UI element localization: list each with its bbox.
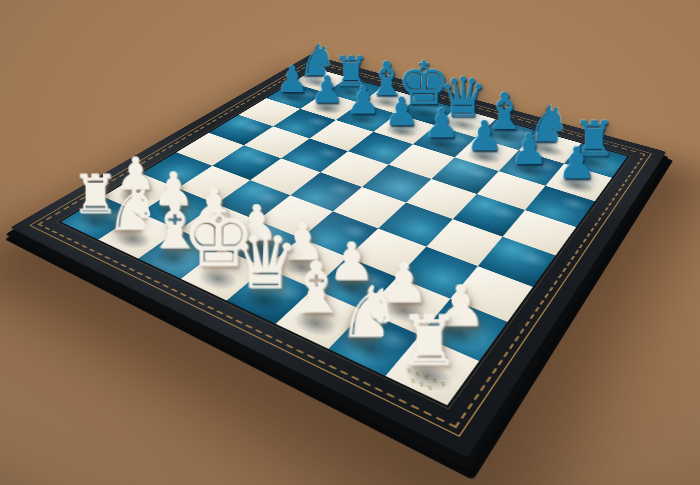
- square-h5[interactable]: [503, 210, 577, 255]
- knight-glyph: ♞: [338, 277, 401, 348]
- square-g4[interactable]: [426, 219, 502, 266]
- chessboard-frame: ∿∿∿∿∿∿∿∿ ♞♜♝♚♛♝♞♜♟♟♟♟♟♟♟♟♟♟♟♟♟♟♟♟♜♞♝♚♛♝♞…: [10, 55, 666, 458]
- square-e4[interactable]: [333, 187, 406, 228]
- photo-background: ∿∿∿∿∿∿∿∿ ♞♜♝♚♛♝♞♜♟♟♟♟♟♟♟♟♟♟♟♟♟♟♟♟♜♞♝♚♛♝♞…: [0, 0, 700, 485]
- square-h4[interactable]: [478, 237, 556, 287]
- square-f4[interactable]: [378, 203, 453, 247]
- rook-glyph: ♜: [398, 306, 459, 374]
- square-g5[interactable]: [453, 194, 525, 237]
- square-h6[interactable]: [525, 186, 595, 227]
